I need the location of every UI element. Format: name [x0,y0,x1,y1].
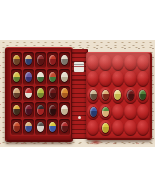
bean-figure [13,122,20,132]
tray-cup-r5c2 [23,119,34,135]
bean-figure [13,55,20,65]
tray-cup-r2c2 [23,69,34,85]
tray-cup-r3c3 [112,87,124,103]
bean-figure [114,90,121,100]
photo-mighty-beanz-case [0,0,155,185]
tray-cup-r5c5 [59,119,70,135]
tray-cup-r4c5 [59,102,70,118]
tray-cup-r5c4 [124,120,136,136]
bean-figure [49,122,56,132]
tray-cup-r4c5 [137,104,149,120]
bean-figure [49,55,56,65]
left-tray-grid [10,51,71,136]
bean-figure [61,122,68,132]
tray-cup-r5c5 [137,120,149,136]
bean-figure [25,55,32,65]
bean-figure [37,88,44,98]
tray-cup-r3c5 [137,87,149,103]
bean-figure [49,105,56,115]
tray-cup-r2c2 [99,71,111,87]
tray-cup-r3c4 [47,86,58,102]
tray-cup-r1c1 [11,52,22,68]
bean-figure [37,122,44,132]
tray-cup-r5c2 [99,120,111,136]
bean-figure [61,55,68,65]
tray-cup-r1c3 [112,55,124,71]
tray-cup-r4c3 [112,104,124,120]
tray-cup-r2c1 [11,69,22,85]
tray-cup-r5c1 [87,120,99,136]
tray-cup-r5c1 [11,119,22,135]
spine-sticker-label [74,62,84,72]
bean-figure [139,90,146,100]
tray-cup-r1c2 [23,52,34,68]
bean-figure [61,105,68,115]
bean-figure [25,88,32,98]
tray-cup-r4c4 [124,104,136,120]
spine-white-dot [78,116,81,119]
tray-cup-r2c4 [124,71,136,87]
bean-figure [25,122,32,132]
bean-figure [49,88,56,98]
tray-cup-r1c3 [35,52,46,68]
bean-figure [61,72,68,82]
tray-cup-r1c2 [99,55,111,71]
tray-cup-r4c1 [11,102,22,118]
tray-cup-r1c4 [124,55,136,71]
tray-cup-r2c5 [137,71,149,87]
left-case-half [5,47,73,142]
bean-figure [13,88,20,98]
tray-cup-r4c2 [99,104,111,120]
tray-cup-r1c5 [137,55,149,71]
right-tray-grid [87,55,149,136]
tray-cup-r2c3 [35,69,46,85]
tray-cup-r3c2 [99,87,111,103]
tray-cup-r5c4 [47,119,58,135]
bean-figure [102,107,109,117]
tray-cup-r1c4 [47,52,58,68]
tray-cup-r4c2 [23,102,34,118]
bean-figure [37,72,44,82]
bean-figure [102,123,109,133]
tray-cup-r3c1 [11,86,22,102]
bean-figure [13,72,20,82]
tray-cup-r2c3 [112,71,124,87]
tray-cup-r3c4 [124,87,136,103]
tray-cup-r3c5 [59,86,70,102]
tray-cup-r4c1 [87,104,99,120]
bean-figure [25,72,32,82]
tray-cup-r3c1 [87,87,99,103]
tray-cup-r3c3 [35,86,46,102]
tray-cup-r5c3 [112,120,124,136]
tray-cup-r2c4 [47,69,58,85]
bean-figure [102,90,109,100]
tray-cup-r4c4 [47,102,58,118]
bean-figure [90,107,97,117]
bean-figure [90,90,97,100]
collector-case [0,0,155,185]
tray-cup-r1c1 [87,55,99,71]
bean-figure [49,72,56,82]
bean-figure [37,55,44,65]
right-case-half [86,52,152,140]
tray-cup-r2c5 [59,69,70,85]
tray-cup-r1c5 [59,52,70,68]
bean-figure [61,88,68,98]
tray-cup-r2c1 [87,71,99,87]
bean-figure [127,90,134,100]
bean-figure [25,105,32,115]
bean-figure [13,105,20,115]
tray-cup-r3c2 [23,86,34,102]
bean-figure [37,105,44,115]
tray-cup-r4c3 [35,102,46,118]
tray-cup-r5c3 [35,119,46,135]
